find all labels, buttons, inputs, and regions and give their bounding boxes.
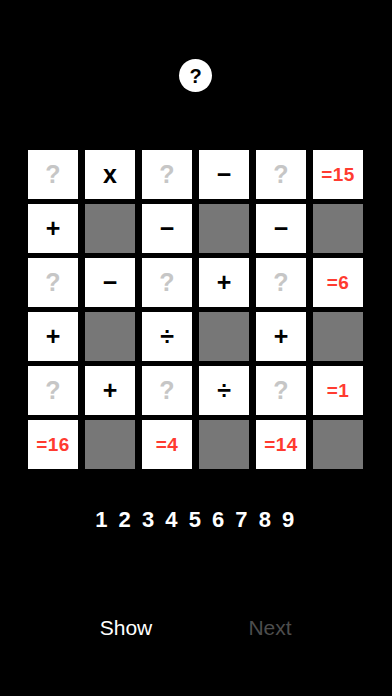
cell-r3c1-unknown: ? — [28, 258, 78, 307]
cell-r6c2-blocked — [85, 420, 135, 469]
cell-r4c2-blocked — [85, 312, 135, 361]
cell-r4c6-blocked — [313, 312, 363, 361]
cell-r4c3-op: ÷ — [142, 312, 192, 361]
cell-r1c4-op: − — [199, 150, 249, 199]
cell-r3c2-op: − — [85, 258, 135, 307]
cell-r1c6-result: =15 — [313, 150, 363, 199]
cell-r4c1-op: + — [28, 312, 78, 361]
available-digits: 1 2 3 4 5 6 7 8 9 — [0, 508, 392, 532]
cell-r5c6-result: =1 — [313, 366, 363, 415]
cell-r6c3-result: =4 — [142, 420, 192, 469]
cell-r2c4-blocked — [199, 204, 249, 253]
cell-r5c1-unknown: ? — [28, 366, 78, 415]
cell-r3c3-unknown: ? — [142, 258, 192, 307]
cell-r5c3-unknown: ? — [142, 366, 192, 415]
cell-r6c1-result: =16 — [28, 420, 78, 469]
help-button[interactable]: ? — [179, 59, 212, 92]
board: ?x?−?=15+−−?−?+?=6+÷+?+?÷?=1=16=4=14 — [28, 150, 363, 469]
cell-r6c6-blocked — [313, 420, 363, 469]
cell-r5c2-op: + — [85, 366, 135, 415]
cell-r4c4-blocked — [199, 312, 249, 361]
cell-r2c3-op: − — [142, 204, 192, 253]
cell-r5c4-op: ÷ — [199, 366, 249, 415]
cell-r6c4-blocked — [199, 420, 249, 469]
cell-r3c5-unknown: ? — [256, 258, 306, 307]
cell-r4c5-op: + — [256, 312, 306, 361]
question-mark-icon: ? — [189, 66, 201, 86]
cell-r2c1-op: + — [28, 204, 78, 253]
cell-r3c6-result: =6 — [313, 258, 363, 307]
cell-r2c6-blocked — [313, 204, 363, 253]
app-screen: ? ?x?−?=15+−−?−?+?=6+÷+?+?÷?=1=16=4=14 1… — [0, 0, 392, 696]
cell-r1c5-unknown: ? — [256, 150, 306, 199]
cell-r5c5-unknown: ? — [256, 366, 306, 415]
cell-r3c4-op: + — [199, 258, 249, 307]
cell-r2c2-blocked — [85, 204, 135, 253]
show-button[interactable]: Show — [100, 615, 153, 640]
cell-r6c5-result: =14 — [256, 420, 306, 469]
next-button[interactable]: Next — [248, 615, 291, 640]
cell-r1c2-op: x — [85, 150, 135, 199]
cell-r1c3-unknown: ? — [142, 150, 192, 199]
cell-r1c1-unknown: ? — [28, 150, 78, 199]
cell-r2c5-op: − — [256, 204, 306, 253]
